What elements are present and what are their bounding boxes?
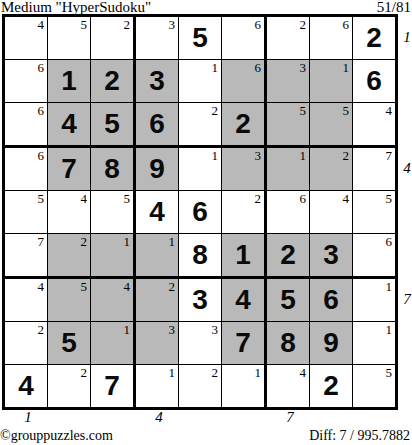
column-labels: 1 4 7 [2,410,398,426]
pencil-mark: 6 [38,149,45,163]
pencil-mark: 3 [300,61,307,75]
pencil-mark: 5 [300,104,307,118]
cell-r4c4[interactable]: 9 [136,148,179,191]
cell-r4c9[interactable]: 7 [353,148,395,191]
cell-r5c8[interactable]: 4 [310,191,353,234]
cell-r7c8[interactable]: 6 [310,279,353,322]
placed-digit: 4 [48,103,90,145]
pencil-mark: 5 [343,104,350,118]
cell-r3c8[interactable]: 5 [310,103,353,148]
cell-r4c8[interactable]: 2 [310,148,353,191]
cell-r7c1[interactable]: 4 [5,279,48,322]
cell-r2c1[interactable]: 6 [5,60,48,103]
placed-digit: 9 [136,148,178,190]
pencil-mark: 3 [169,323,176,337]
cell-r1c7[interactable]: 2 [267,17,310,60]
pencil-mark: 5 [124,192,131,206]
pencil-mark: 1 [124,323,131,337]
pencil-mark: 5 [386,366,393,380]
pencil-mark: 1 [124,235,131,249]
cell-r8c7[interactable]: 8 [267,322,310,365]
board-area: 4523562626123163166456225546789131275454… [2,14,398,426]
placed-digit: 7 [48,148,90,190]
cell-r2c3[interactable]: 2 [91,60,136,103]
pencil-mark: 1 [386,280,393,294]
cell-r5c4[interactable]: 4 [136,191,179,234]
cell-r7c6[interactable]: 4 [222,279,267,322]
cell-r9c5[interactable]: 2 [179,365,222,407]
cell-r5c9[interactable]: 5 [353,191,395,234]
title-bar: Medium "HyperSudoku" 51/81 [0,0,412,14]
pencil-mark: 3 [169,18,176,32]
placed-digit: 7 [222,322,264,364]
pencil-mark: 7 [38,235,45,249]
pencil-mark: 4 [386,104,393,118]
placed-digit: 1 [48,60,90,102]
placed-digit: 9 [310,322,352,364]
cell-r2c6[interactable]: 6 [222,60,267,103]
cell-r1c8[interactable]: 6 [310,17,353,60]
placed-digit: 8 [179,234,221,276]
cell-r1c1[interactable]: 4 [5,17,48,60]
placed-digit: 2 [91,60,133,102]
cell-r7c3[interactable]: 4 [91,279,136,322]
placed-digit: 5 [91,103,133,145]
cell-r2c4[interactable]: 3 [136,60,179,103]
cell-r4c2[interactable]: 7 [48,148,91,191]
pencil-mark: 1 [386,323,393,337]
cell-r4c6[interactable]: 3 [222,148,267,191]
cell-r1c5[interactable]: 5 [179,17,222,60]
cell-r5c3[interactable]: 5 [91,191,136,234]
pencil-mark: 3 [212,323,219,337]
cell-r2c7[interactable]: 3 [267,60,310,103]
cell-r4c1[interactable]: 6 [5,148,48,191]
cell-r4c7[interactable]: 1 [267,148,310,191]
pencil-mark: 6 [38,104,45,118]
pencil-mark: 4 [38,18,45,32]
pencil-mark: 2 [343,149,350,163]
placed-digit: 6 [310,279,352,321]
cell-r9c2[interactable]: 2 [48,365,91,407]
pencil-mark: 1 [255,366,262,380]
cell-r5c1[interactable]: 5 [5,191,48,234]
cell-r7c7[interactable]: 5 [267,279,310,322]
placed-digit: 5 [267,279,309,321]
pencil-mark: 1 [212,149,219,163]
placed-digit: 3 [179,279,221,321]
placed-digit: 7 [91,365,133,407]
pencil-mark: 6 [343,18,350,32]
placed-digit: 6 [353,60,395,102]
sudoku-board: 4523562626123163166456225546789131275454… [2,14,398,410]
cell-r7c9[interactable]: 1 [353,279,395,322]
pencil-mark: 6 [255,18,262,32]
cell-r1c9[interactable]: 2 [353,17,395,60]
cell-r6c6[interactable]: 1 [222,234,267,279]
pencil-mark: 5 [81,18,88,32]
row-label-1: 1 [401,29,412,45]
cell-r8c6[interactable]: 7 [222,322,267,365]
pencil-mark: 1 [212,61,219,75]
placed-digit: 8 [267,322,309,364]
pencil-mark: 5 [386,192,393,206]
pencil-mark: 2 [81,366,88,380]
placed-digit: 3 [136,60,178,102]
cell-r3c2[interactable]: 4 [48,103,91,148]
cell-r3c4[interactable]: 6 [136,103,179,148]
cell-r8c2[interactable]: 5 [48,322,91,365]
cell-r6c9[interactable]: 6 [353,234,395,279]
cell-r9c7[interactable]: 4 [267,365,310,407]
cell-r3c6[interactable]: 2 [222,103,267,148]
pencil-mark: 7 [386,149,393,163]
copyright-text: ©grouppuzzles.com [0,428,113,443]
cell-r9c8[interactable]: 2 [310,365,353,407]
cell-r8c3[interactable]: 1 [91,322,136,365]
cell-r8c5[interactable]: 3 [179,322,222,365]
pencil-mark: 6 [38,61,45,75]
pencil-mark: 1 [169,235,176,249]
pencil-mark: 4 [38,280,45,294]
pencil-mark: 2 [255,192,262,206]
pencil-mark: 5 [38,192,45,206]
cell-r5c7[interactable]: 6 [267,191,310,234]
pencil-mark: 6 [386,235,393,249]
pencil-mark: 2 [300,18,307,32]
cell-r6c7[interactable]: 2 [267,234,310,279]
pencil-mark: 4 [343,192,350,206]
col-label-7: 7 [283,410,297,425]
placed-digit: 4 [5,365,47,407]
cell-r8c9[interactable]: 1 [353,322,395,365]
pencil-mark: 2 [81,235,88,249]
pencil-mark: 2 [38,323,45,337]
placed-digit: 2 [267,234,309,276]
pencil-mark: 2 [169,280,176,294]
cell-r6c2[interactable]: 2 [48,234,91,279]
cell-r1c3[interactable]: 2 [91,17,136,60]
pencil-mark: 2 [212,104,219,118]
difficulty-text: Diff: 7 / 995.7882 [309,428,410,443]
placed-digit: 4 [136,191,178,233]
cell-r3c9[interactable]: 4 [353,103,395,148]
placed-digit: 1 [222,234,264,276]
cell-r2c2[interactable]: 1 [48,60,91,103]
cell-r7c2[interactable]: 5 [48,279,91,322]
placed-digit: 4 [222,279,264,321]
cell-r8c1[interactable]: 2 [5,322,48,365]
cell-r1c4[interactable]: 3 [136,17,179,60]
row-label-7: 7 [401,291,412,307]
pencil-mark: 5 [81,280,88,294]
cell-r2c9[interactable]: 6 [353,60,395,103]
cell-r5c6[interactable]: 2 [222,191,267,234]
col-label-4: 4 [152,410,166,425]
placed-digit: 3 [310,234,352,276]
row-label-4: 4 [401,160,412,176]
cell-r9c1[interactable]: 4 [5,365,48,407]
placed-digit: 6 [136,103,178,145]
cell-r6c4[interactable]: 1 [136,234,179,279]
placed-digit: 5 [179,17,221,59]
pencil-mark: 1 [300,149,307,163]
cell-r6c1[interactable]: 7 [5,234,48,279]
cell-r8c4[interactable]: 3 [136,322,179,365]
cell-r5c5[interactable]: 6 [179,191,222,234]
placed-digit: 6 [179,191,221,233]
pencil-mark: 1 [343,61,350,75]
cell-r2c8[interactable]: 1 [310,60,353,103]
cell-r1c6[interactable]: 6 [222,17,267,60]
cell-r9c3[interactable]: 7 [91,365,136,407]
pencil-mark: 6 [255,61,262,75]
cell-r3c7[interactable]: 5 [267,103,310,148]
cell-r4c5[interactable]: 1 [179,148,222,191]
cell-r6c3[interactable]: 1 [91,234,136,279]
cell-r9c4[interactable]: 1 [136,365,179,407]
cell-r8c8[interactable]: 9 [310,322,353,365]
placed-digit: 5 [48,322,90,364]
cell-r6c8[interactable]: 3 [310,234,353,279]
pencil-mark: 1 [169,366,176,380]
cell-r1c2[interactable]: 5 [48,17,91,60]
pencil-mark: 4 [300,366,307,380]
cell-r7c4[interactable]: 2 [136,279,179,322]
pencil-mark: 2 [212,366,219,380]
cell-r3c5[interactable]: 2 [179,103,222,148]
placed-digit: 2 [222,103,264,145]
cell-r9c6[interactable]: 1 [222,365,267,407]
cell-r2c5[interactable]: 1 [179,60,222,103]
pencil-mark: 2 [124,18,131,32]
cell-r4c3[interactable]: 8 [91,148,136,191]
cell-r5c2[interactable]: 4 [48,191,91,234]
pencil-mark: 4 [124,280,131,294]
cell-r3c3[interactable]: 5 [91,103,136,148]
placed-digit: 8 [91,148,133,190]
pencil-mark: 6 [300,192,307,206]
footer-bar: ©grouppuzzles.com Diff: 7 / 995.7882 [0,426,412,443]
pencil-mark: 3 [255,149,262,163]
placed-digit: 2 [310,365,352,407]
cell-r9c9[interactable]: 5 [353,365,395,407]
col-label-1: 1 [21,410,35,425]
cell-r6c5[interactable]: 8 [179,234,222,279]
cell-r3c1[interactable]: 6 [5,103,48,148]
progress-counter: 51/81 [377,0,411,14]
puzzle-title: Medium "HyperSudoku" [1,0,151,14]
placed-digit: 2 [353,17,395,59]
pencil-mark: 4 [81,192,88,206]
cell-r7c5[interactable]: 3 [179,279,222,322]
